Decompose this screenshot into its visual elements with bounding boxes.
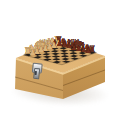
chess-piece-white-p: ♟	[54, 39, 62, 48]
chess-piece-white-p: ♟	[29, 48, 37, 57]
chess-piece-dark-b: ♝	[64, 37, 73, 47]
chess-piece-white-p: ♟	[33, 47, 41, 56]
chess-piece-dark-r: ♜	[55, 36, 63, 45]
chess-piece-white-p: ♟	[37, 45, 45, 54]
chess-piece-dark-n: ♞	[60, 37, 69, 47]
chess-piece-dark-b: ♝	[78, 41, 87, 51]
chess-piece-white-n: ♞	[27, 44, 36, 55]
chess-piece-dark-p: ♟	[71, 44, 78, 52]
chess-piece-dark-k: ♚	[73, 38, 84, 50]
chess-piece-white-p: ♟	[58, 38, 66, 47]
chess-piece-white-b: ♝	[44, 37, 54, 48]
chess-piece-white-p: ♟	[46, 42, 54, 51]
chess-piece-white-k: ♚	[35, 38, 47, 51]
chess-piece-dark-p: ♟	[52, 39, 59, 47]
chess-piece-dark-p: ♟	[61, 41, 68, 49]
chess-piece-dark-p: ♟	[66, 42, 73, 50]
chess-piece-white-q: ♛	[39, 38, 50, 50]
chess-piece-white-n: ♞	[48, 36, 57, 47]
clasp-latch	[30, 63, 42, 79]
chess-piece-dark-n: ♞	[83, 43, 92, 53]
chess-piece-white-r: ♜	[23, 46, 32, 56]
chess-set-product-photo: ♜♟♞♟♝♟♛♟♚♟♝♟♞♟♜♟♜♟♞♟♝♟♛♟♚♟♝♟♞♟♜♟	[0, 0, 120, 120]
chess-piece-white-r: ♜	[53, 35, 62, 45]
pieces-layer: ♜♟♞♟♝♟♛♟♚♟♝♟♞♟♜♟♜♟♞♟♝♟♛♟♚♟♝♟♞♟♜♟	[0, 0, 120, 120]
chess-piece-dark-p: ♟	[75, 45, 82, 53]
chess-piece-dark-q: ♛	[68, 38, 78, 49]
chess-piece-dark-p: ♟	[85, 47, 92, 55]
chess-piece-white-b: ♝	[31, 42, 41, 53]
chess-piece-white-p: ♟	[41, 44, 49, 53]
chess-piece-dark-p: ♟	[80, 46, 87, 54]
chess-piece-dark-p: ♟	[56, 40, 63, 48]
chess-piece-white-p: ♟	[50, 41, 58, 50]
chess-piece-dark-r: ♜	[88, 44, 96, 53]
